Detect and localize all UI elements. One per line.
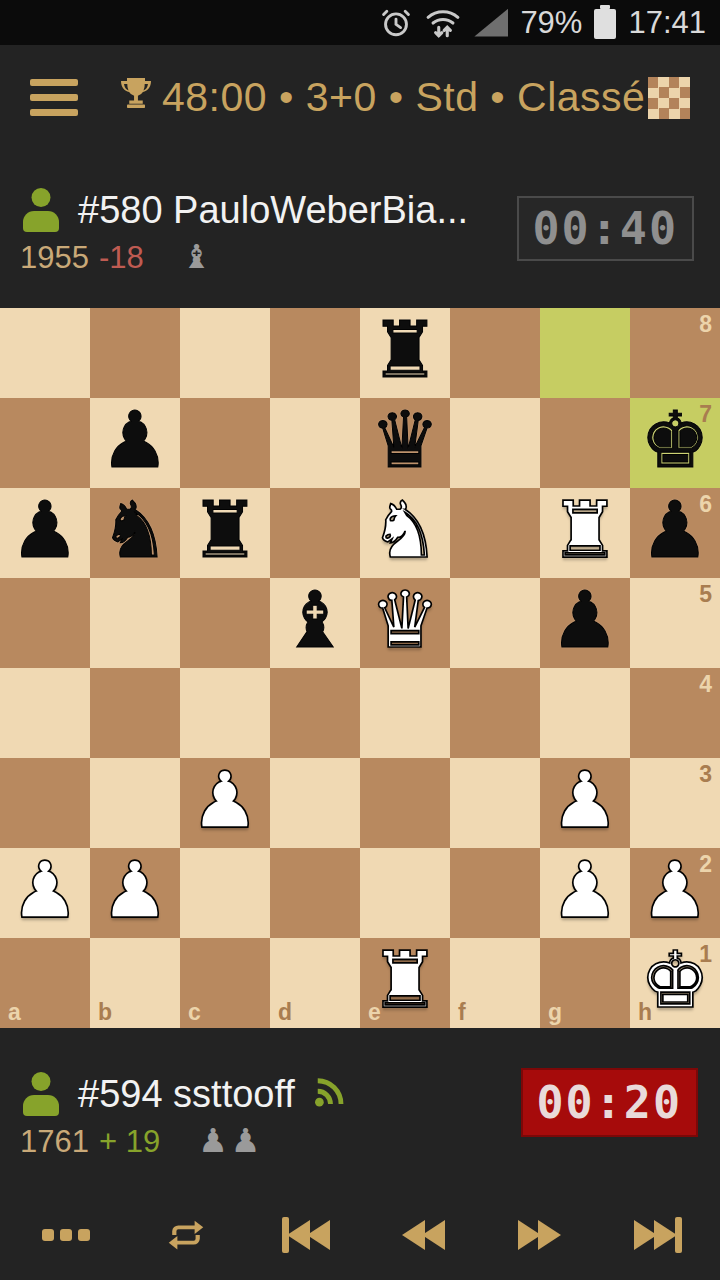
square-e3[interactable] [360, 758, 450, 848]
square-g1[interactable]: g [540, 938, 630, 1028]
square-c3[interactable]: ♟ [180, 758, 270, 848]
white-knight-e6[interactable]: ♞ [370, 485, 440, 575]
fast-forward-button[interactable] [518, 1220, 561, 1250]
square-a5[interactable] [0, 578, 90, 668]
black-rook-e8[interactable]: ♜ [370, 305, 440, 395]
square-a7[interactable] [0, 398, 90, 488]
square-c7[interactable] [180, 398, 270, 488]
black-king-h7[interactable]: ♚ [640, 395, 710, 485]
black-pawn-h6[interactable]: ♟ [640, 485, 710, 575]
square-g3[interactable]: ♟ [540, 758, 630, 848]
square-b5[interactable] [90, 578, 180, 668]
square-g4[interactable] [540, 668, 630, 758]
square-e1[interactable]: e♜ [360, 938, 450, 1028]
player-avatar-icon [20, 1072, 62, 1116]
square-a4[interactable] [0, 668, 90, 758]
square-e4[interactable] [360, 668, 450, 758]
battery-icon [594, 9, 616, 39]
file-label-d: d [278, 1001, 292, 1024]
square-c1[interactable]: c [180, 938, 270, 1028]
white-queen-e5[interactable]: ♛ [370, 575, 440, 665]
rank-label-5: 5 [699, 583, 712, 606]
square-c5[interactable] [180, 578, 270, 668]
square-g6[interactable]: ♜ [540, 488, 630, 578]
black-queen-e7[interactable]: ♛ [370, 395, 440, 485]
rank-label-8: 8 [699, 313, 712, 336]
black-pawn-b7[interactable]: ♟ [100, 395, 170, 485]
white-pawn-h2[interactable]: ♟ [640, 845, 710, 935]
square-e5[interactable]: ♛ [360, 578, 450, 668]
status-time: 17:41 [628, 5, 706, 41]
white-rook-e1[interactable]: ♜ [370, 935, 440, 1025]
square-g7[interactable] [540, 398, 630, 488]
top-player-clock: 00:40 [517, 196, 694, 261]
square-f6[interactable] [450, 488, 540, 578]
file-label-f: f [458, 1001, 466, 1024]
square-c2[interactable] [180, 848, 270, 938]
menu-icon[interactable] [30, 79, 78, 116]
bottom-player-name[interactable]: #594 ssttooff [78, 1073, 295, 1116]
square-a3[interactable] [0, 758, 90, 848]
square-e7[interactable]: ♛ [360, 398, 450, 488]
captured-pawns-icon: ♟♟ [198, 1124, 263, 1157]
white-king-h1[interactable]: ♚ [640, 935, 710, 1025]
square-c6[interactable]: ♜ [180, 488, 270, 578]
square-b3[interactable] [90, 758, 180, 848]
square-a6[interactable]: ♟ [0, 488, 90, 578]
square-g2[interactable]: ♟ [540, 848, 630, 938]
square-d5[interactable]: ♝ [270, 578, 360, 668]
white-pawn-g2[interactable]: ♟ [550, 845, 620, 935]
skip-to-start-button[interactable] [282, 1217, 330, 1253]
mini-board-icon[interactable] [648, 77, 690, 119]
square-g5[interactable]: ♟ [540, 578, 630, 668]
top-player-name[interactable]: #580 PauloWeberBia... [78, 189, 468, 232]
square-h6[interactable]: 6♟ [630, 488, 720, 578]
square-f1[interactable]: f [450, 938, 540, 1028]
bottom-player-rating: 1761 [20, 1124, 89, 1160]
app-screen: 79% 17:41 48:00 • 3+0 • Std • Classé #58… [0, 0, 720, 1280]
captured-bishop-icon: ♝ [182, 240, 215, 273]
square-h7[interactable]: 7♚ [630, 398, 720, 488]
square-b4[interactable] [90, 668, 180, 758]
wifi-arrows-icon [424, 6, 462, 40]
bottom-player-clock: 00:20 [521, 1068, 698, 1137]
square-h4[interactable]: 4 [630, 668, 720, 758]
game-info-title: 48:00 • 3+0 • Std • Classé [118, 74, 645, 121]
square-f4[interactable] [450, 668, 540, 758]
square-e6[interactable]: ♞ [360, 488, 450, 578]
square-e8[interactable]: ♜ [360, 308, 450, 398]
bottom-player-rating-diff: + 19 [99, 1124, 160, 1160]
white-pawn-c3[interactable]: ♟ [190, 755, 260, 845]
top-player-rating: 1955 [20, 240, 89, 276]
square-h8[interactable]: 8 [630, 308, 720, 398]
file-label-c: c [188, 1001, 201, 1024]
rank-label-3: 3 [699, 763, 712, 786]
square-d6[interactable] [270, 488, 360, 578]
bottom-player-panel: #594 ssttooff 1761 + 19 ♟♟ 00:20 [0, 1028, 720, 1190]
broadcast-icon [311, 1074, 347, 1114]
top-player-panel: #580 PauloWeberBia... 1955 -18 ♝ 00:40 [0, 150, 720, 308]
square-d3[interactable] [270, 758, 360, 848]
rank-label-4: 4 [699, 673, 712, 696]
square-a2[interactable]: ♟ [0, 848, 90, 938]
white-rook-g6[interactable]: ♜ [550, 485, 620, 575]
black-pawn-g5[interactable]: ♟ [550, 575, 620, 665]
rewind-button[interactable] [402, 1220, 445, 1250]
square-f8[interactable] [450, 308, 540, 398]
square-h3[interactable]: 3 [630, 758, 720, 848]
bottom-toolbar [0, 1190, 720, 1280]
black-knight-b6[interactable]: ♞ [100, 485, 170, 575]
file-label-g: g [548, 1001, 562, 1024]
square-f2[interactable] [450, 848, 540, 938]
square-b8[interactable] [90, 308, 180, 398]
square-a8[interactable] [0, 308, 90, 398]
square-h1[interactable]: 1h♚ [630, 938, 720, 1028]
black-pawn-a6[interactable]: ♟ [10, 485, 80, 575]
trophy-icon [118, 74, 154, 121]
square-a1[interactable]: a [0, 938, 90, 1028]
chess-board: ♜8♟♛7♚♟♞♜♞♜6♟♝♛♟54♟♟3♟♟♟2♟abcde♜fg1h♚ [0, 308, 720, 1028]
black-bishop-d5[interactable]: ♝ [280, 575, 350, 665]
square-h5[interactable]: 5 [630, 578, 720, 668]
square-d4[interactable] [270, 668, 360, 758]
square-d2[interactable] [270, 848, 360, 938]
white-pawn-a2[interactable]: ♟ [10, 845, 80, 935]
square-d1[interactable]: d [270, 938, 360, 1028]
square-c8[interactable] [180, 308, 270, 398]
white-pawn-b2[interactable]: ♟ [100, 845, 170, 935]
square-b7[interactable]: ♟ [90, 398, 180, 488]
square-g8[interactable] [540, 308, 630, 398]
square-f5[interactable] [450, 578, 540, 668]
game-meta-text: 48:00 • 3+0 • Std • Classé [162, 74, 645, 121]
square-h2[interactable]: 2♟ [630, 848, 720, 938]
status-bar: 79% 17:41 [0, 0, 720, 45]
flip-board-button[interactable] [163, 1212, 209, 1258]
alarm-icon [380, 6, 412, 40]
app-bar: 48:00 • 3+0 • Std • Classé [0, 45, 720, 150]
player-avatar-icon [20, 188, 62, 232]
battery-percent: 79% [520, 5, 582, 41]
square-d7[interactable] [270, 398, 360, 488]
square-b1[interactable]: b [90, 938, 180, 1028]
square-c4[interactable] [180, 668, 270, 758]
black-rook-c6[interactable]: ♜ [190, 485, 260, 575]
square-e2[interactable] [360, 848, 450, 938]
signal-icon [474, 9, 508, 37]
skip-to-end-button[interactable] [634, 1217, 682, 1253]
white-pawn-g3[interactable]: ♟ [550, 755, 620, 845]
file-label-a: a [8, 1001, 21, 1024]
more-button[interactable] [42, 1229, 90, 1241]
top-player-rating-diff: -18 [99, 240, 144, 276]
square-b2[interactable]: ♟ [90, 848, 180, 938]
file-label-b: b [98, 1001, 112, 1024]
square-f7[interactable] [450, 398, 540, 488]
square-d8[interactable] [270, 308, 360, 398]
square-f3[interactable] [450, 758, 540, 848]
square-b6[interactable]: ♞ [90, 488, 180, 578]
